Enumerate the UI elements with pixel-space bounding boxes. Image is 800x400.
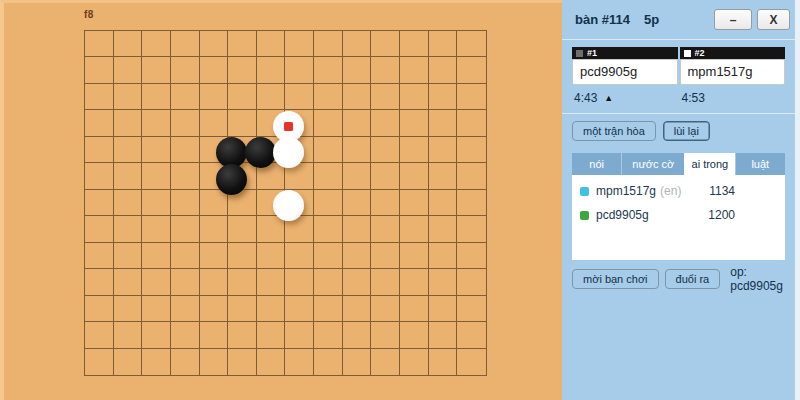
board-cell[interactable] [142,57,171,83]
board-cell[interactable] [228,349,257,375]
board-cell[interactable] [114,137,143,163]
invite-friend-button[interactable]: mời bạn chơi [572,269,659,289]
board-cell[interactable] [85,57,114,83]
board-cell[interactable] [285,57,314,83]
board-cell[interactable] [429,243,458,269]
tab-rules[interactable]: luật [735,153,785,175]
board-cell[interactable] [400,269,429,295]
board-cell[interactable] [371,243,400,269]
board-cell[interactable] [85,243,114,269]
board-cell[interactable] [200,84,229,110]
board-cell[interactable] [371,190,400,216]
players-row: #1 pcd9905g #2 mpm1517g [572,47,785,85]
turn-indicator-icon: ▲ [604,93,613,103]
player2-stone-icon [684,50,691,57]
board-cell[interactable] [457,110,486,136]
window-right-edge [795,0,800,400]
board-cell[interactable] [457,190,486,216]
board-cell[interactable] [228,243,257,269]
board-cell[interactable] [114,296,143,322]
player1-time: 4:43 [574,91,597,105]
board-cell[interactable] [228,322,257,348]
last-move-label: f8 [84,9,94,20]
board-cell[interactable] [228,269,257,295]
board-cell[interactable] [257,322,286,348]
board-cell[interactable] [142,84,171,110]
board-cell[interactable] [142,296,171,322]
player2-time: 4:53 [682,91,705,105]
board-cell[interactable] [285,31,314,57]
board-cell[interactable] [400,349,429,375]
board-cell[interactable] [142,163,171,189]
window-buttons: – X [714,9,790,30]
board-cell[interactable] [200,269,229,295]
board-cell[interactable] [429,349,458,375]
board-cell[interactable] [429,110,458,136]
board-cell[interactable] [457,31,486,57]
board-cell[interactable] [200,31,229,57]
board-cell[interactable] [257,216,286,242]
board-cell[interactable] [85,349,114,375]
board-cell[interactable] [314,110,343,136]
board-cell[interactable] [343,216,372,242]
app-window: f8 bàn #1145p – X #1 pcd9905g [0,0,800,400]
board-cell[interactable] [171,163,200,189]
board-cell[interactable] [114,190,143,216]
actions-row: một trận hòa lùi lại [562,114,795,146]
player-color-icon [580,187,589,196]
board-cell[interactable] [343,322,372,348]
tab-who-is-in[interactable]: ai trong [684,153,734,175]
board-cell[interactable] [371,110,400,136]
board-cell[interactable] [171,84,200,110]
roster-row[interactable]: mpm1517g (en) 1134 [572,179,785,203]
board-cell[interactable] [171,216,200,242]
board-cell[interactable] [200,349,229,375]
board-cell[interactable] [200,322,229,348]
board-cell[interactable] [228,110,257,136]
board-cell[interactable] [314,190,343,216]
board-cell[interactable] [371,84,400,110]
player-color-icon [580,211,589,220]
board-cell[interactable] [114,322,143,348]
board-cell[interactable] [400,84,429,110]
board-cell[interactable] [457,322,486,348]
board-cell[interactable] [200,190,229,216]
board-cell[interactable] [314,243,343,269]
board-cell[interactable] [314,269,343,295]
board-cell[interactable] [343,57,372,83]
board-cell[interactable] [142,137,171,163]
board-cell[interactable] [114,216,143,242]
board-cell[interactable] [142,269,171,295]
board-cell[interactable] [457,349,486,375]
board-cell[interactable] [285,322,314,348]
player2-seat-label: #2 [695,48,705,58]
board-cell[interactable] [114,349,143,375]
board-cell[interactable] [85,110,114,136]
board-cell[interactable] [314,216,343,242]
board-cell[interactable] [457,243,486,269]
clocks-row: 4:43 ▲ 4:53 ▲ [572,91,785,105]
board-cell[interactable] [343,190,372,216]
board-cell[interactable] [228,31,257,57]
board-cell[interactable] [85,84,114,110]
board-cell[interactable] [285,84,314,110]
board-cell[interactable] [257,296,286,322]
board-cell[interactable] [371,269,400,295]
board-cell[interactable] [314,322,343,348]
board-cell[interactable] [85,216,114,242]
board-cell[interactable] [85,296,114,322]
board-cell[interactable] [314,349,343,375]
offer-draw-button[interactable]: một trận hòa [572,121,656,141]
board-cell[interactable] [142,190,171,216]
board-cell[interactable] [457,296,486,322]
board-cell[interactable] [371,349,400,375]
board-cell[interactable] [285,243,314,269]
board-cell[interactable] [429,163,458,189]
board-cell[interactable] [200,110,229,136]
board-cell[interactable] [343,243,372,269]
board-cell[interactable] [429,137,458,163]
board-cell[interactable] [114,110,143,136]
board-cell[interactable] [85,137,114,163]
board-cell[interactable] [400,296,429,322]
board-cell[interactable] [314,296,343,322]
board-cell[interactable] [257,31,286,57]
board-cell[interactable] [400,137,429,163]
board-cell[interactable] [371,216,400,242]
board-cell[interactable] [257,243,286,269]
tab-moves[interactable]: nước cờ [621,153,684,175]
operator-label: op: pcd9905g [730,265,785,293]
board-cell[interactable] [285,269,314,295]
footer-row: mời bạn chơi đuổi ra op: pcd9905g [572,265,785,293]
board-cell[interactable] [343,163,372,189]
tab-bar: nói nước cờ ai trong luật [572,153,785,175]
board-cell[interactable] [457,269,486,295]
player1-stone-icon [576,50,583,57]
board-cell[interactable] [429,190,458,216]
board-cell[interactable] [314,57,343,83]
board-cell[interactable] [314,163,343,189]
kick-out-button[interactable]: đuổi ra [665,269,721,289]
board-cell[interactable] [429,31,458,57]
board-cell[interactable] [257,84,286,110]
undo-button[interactable]: lùi lại [663,121,710,141]
board-cell[interactable] [429,216,458,242]
player2-column: #2 mpm1517g [680,47,786,85]
board-cell[interactable] [114,269,143,295]
board-cell[interactable] [457,216,486,242]
player1-column: #1 pcd9905g [572,47,678,85]
table-number: bàn #114 [575,12,630,27]
board-cell[interactable] [429,269,458,295]
board-cell[interactable] [343,110,372,136]
board-cell[interactable] [171,349,200,375]
last-move-marker [284,122,293,131]
board-cell[interactable] [85,322,114,348]
board-cell[interactable] [400,243,429,269]
board-cell[interactable] [171,190,200,216]
board-cell[interactable] [314,31,343,57]
time-control: 5p [644,12,659,27]
table-title: bàn #1145p [575,12,659,27]
board-cell[interactable] [314,137,343,163]
board-cell[interactable] [343,296,372,322]
board-cell[interactable] [228,216,257,242]
board-cell[interactable] [400,322,429,348]
board-cell[interactable] [171,31,200,57]
board-cell[interactable] [371,163,400,189]
board-cell[interactable] [400,57,429,83]
roster-name: mpm1517g [596,184,656,198]
board-cell[interactable] [343,31,372,57]
board-cell[interactable] [114,163,143,189]
board-area: f8 [0,0,562,400]
board-cell[interactable] [228,57,257,83]
board-cell[interactable] [257,57,286,83]
player1-clock: 4:43 ▲ [572,91,678,105]
close-button[interactable]: X [757,9,790,30]
board-cell[interactable] [457,84,486,110]
board-cell[interactable] [142,322,171,348]
board-cell[interactable] [200,216,229,242]
board-cell[interactable] [171,243,200,269]
board-cell[interactable] [257,349,286,375]
board-cell[interactable] [85,269,114,295]
board-cell[interactable] [371,57,400,83]
board-cell[interactable] [114,84,143,110]
board-cell[interactable] [200,243,229,269]
board-cell[interactable] [400,110,429,136]
tab-chat[interactable]: nói [572,153,621,175]
game-panel: bàn #1145p – X #1 pcd9905g #2 mpm1517 [562,0,795,400]
board-cell[interactable] [371,137,400,163]
board-cell[interactable] [114,243,143,269]
board-cell[interactable] [142,349,171,375]
board-cell[interactable] [343,349,372,375]
roster-language-tag: (en) [660,184,681,198]
board-cell[interactable] [114,31,143,57]
board-cell[interactable] [85,31,114,57]
board-cell[interactable] [85,190,114,216]
board-cell[interactable] [371,296,400,322]
board-cell[interactable] [200,57,229,83]
board-cell[interactable] [457,137,486,163]
player1-name-box[interactable]: pcd9905g [572,59,678,85]
board-cell[interactable] [429,296,458,322]
roster-row[interactable]: pcd9905g 1200 [572,203,785,227]
player1-seat-label: #1 [587,48,597,58]
board-cell[interactable] [343,137,372,163]
roster-name: pcd9905g [596,208,649,222]
player2-name-box[interactable]: mpm1517g [680,59,786,85]
roster-rating: 1134 [709,184,777,198]
board-cell[interactable] [228,84,257,110]
board-cell[interactable] [371,31,400,57]
board-cell[interactable] [85,163,114,189]
board-cell[interactable] [142,216,171,242]
board-cell[interactable] [400,163,429,189]
board-cell[interactable] [457,163,486,189]
player1-seat-bar: #1 [572,47,678,59]
board-cell[interactable] [400,216,429,242]
stone-black [245,137,276,168]
board-cell[interactable] [400,31,429,57]
board-cell[interactable] [171,296,200,322]
board-cell[interactable] [429,84,458,110]
board-cell[interactable] [171,322,200,348]
board-cell[interactable] [114,57,143,83]
board-cell[interactable] [285,296,314,322]
player2-clock: 4:53 ▲ [680,91,786,105]
board-cell[interactable] [429,322,458,348]
board-cell[interactable] [371,322,400,348]
board-cell[interactable] [142,110,171,136]
board-cell[interactable] [257,269,286,295]
board-cell[interactable] [285,349,314,375]
board-cell[interactable] [343,269,372,295]
board-cell[interactable] [343,84,372,110]
roster-rating: 1200 [708,208,777,222]
player2-seat-bar: #2 [680,47,786,59]
minimize-button[interactable]: – [714,9,752,30]
stone-black [216,164,247,195]
board-cell[interactable] [171,137,200,163]
board-cell[interactable] [171,57,200,83]
board-cell[interactable] [228,296,257,322]
board-cell[interactable] [171,269,200,295]
board-cell[interactable] [429,57,458,83]
board-cell[interactable] [171,110,200,136]
board-cell[interactable] [142,31,171,57]
roster-panel: mpm1517g (en) 1134 pcd9905g 1200 [572,175,785,260]
panel-header: bàn #1145p – X [562,0,795,40]
board-cell[interactable] [400,190,429,216]
board-cell[interactable] [142,243,171,269]
board-cell[interactable] [457,57,486,83]
board-cell[interactable] [314,84,343,110]
board-cell[interactable] [200,296,229,322]
